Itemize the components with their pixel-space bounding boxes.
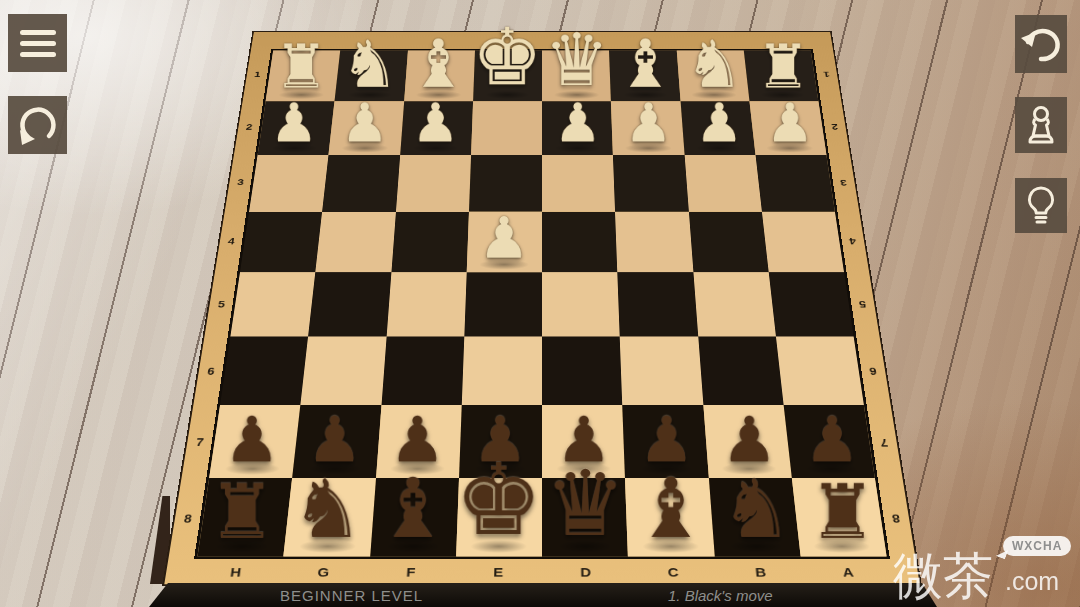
square-g8[interactable]: ♞ xyxy=(284,478,376,556)
square-b5[interactable] xyxy=(693,272,776,336)
square-d6[interactable] xyxy=(542,336,622,404)
piece-wP-f2[interactable]: ♟ xyxy=(412,97,460,151)
piece-wN-g1[interactable]: ♞ xyxy=(341,32,399,97)
piece-bP-h7[interactable]: ♟ xyxy=(223,409,279,472)
hint-button[interactable] xyxy=(1015,178,1067,233)
level-label: BEGINNER LEVEL xyxy=(280,587,423,604)
file-label-c: C xyxy=(629,561,718,583)
square-d4[interactable] xyxy=(542,212,618,272)
board-grid: ♜♞♝♚♛♝♞♜♟♟♟♟♟♟♟♟♟♟♟♟♟♟♟♟♜♞♝♚♛♝♞♜ xyxy=(194,49,890,559)
square-a6[interactable] xyxy=(776,336,864,404)
watermark-badge: WXCHA xyxy=(1003,536,1071,556)
undo-icon xyxy=(1019,22,1063,66)
square-c5[interactable] xyxy=(618,272,698,336)
file-label-a: A xyxy=(803,561,893,583)
piece-wP-a2[interactable]: ♟ xyxy=(766,97,814,151)
piece-wP-d2[interactable]: ♟ xyxy=(553,97,601,151)
menu-icon xyxy=(20,30,56,35)
piece-wP-c2[interactable]: ♟ xyxy=(624,97,672,151)
piece-theme-button[interactable] xyxy=(1015,97,1067,153)
square-f6[interactable] xyxy=(381,336,464,404)
file-label-h: H xyxy=(191,561,281,583)
square-f4[interactable] xyxy=(391,212,469,272)
piece-wP-g2[interactable]: ♟ xyxy=(341,97,389,151)
square-e8[interactable]: ♚ xyxy=(456,478,542,556)
square-e4[interactable]: ♟ xyxy=(466,212,542,272)
piece-wP-e4[interactable]: ♟ xyxy=(479,210,530,267)
chess-app: 12345678 12345678 ♜♞♝♚♛♝♞♜♟♟♟♟♟♟♟♟♟♟♟♟♟♟… xyxy=(0,0,1080,607)
piece-bB-f8[interactable]: ♝ xyxy=(376,467,450,550)
menu-button[interactable] xyxy=(8,14,67,72)
square-b2[interactable]: ♟ xyxy=(680,101,755,155)
file-labels-bottom: HGFEDCBA xyxy=(191,561,894,583)
square-b4[interactable] xyxy=(688,212,768,272)
square-a4[interactable] xyxy=(762,212,844,272)
piece-bN-g8[interactable]: ♞ xyxy=(291,469,363,550)
square-b3[interactable] xyxy=(684,155,761,212)
file-label-f: F xyxy=(366,561,455,583)
square-h5[interactable] xyxy=(230,272,315,336)
square-c6[interactable] xyxy=(620,336,703,404)
square-h6[interactable] xyxy=(220,336,308,404)
piece-wR-a1[interactable]: ♜ xyxy=(756,37,810,97)
undo-button[interactable] xyxy=(1015,15,1067,73)
square-c3[interactable] xyxy=(613,155,688,212)
piece-wP-b2[interactable]: ♟ xyxy=(695,97,743,151)
piece-wB-c1[interactable]: ♝ xyxy=(616,31,676,97)
square-d8[interactable]: ♛ xyxy=(542,478,628,556)
board-3d-anchor: 12345678 12345678 ♜♞♝♚♛♝♞♜♟♟♟♟♟♟♟♟♟♟♟♟♟♟… xyxy=(162,0,922,586)
turn-indicator: 1. Black's move xyxy=(668,587,773,604)
square-g2[interactable]: ♟ xyxy=(329,101,404,155)
square-e1[interactable]: ♚ xyxy=(473,51,542,102)
square-h4[interactable] xyxy=(240,212,322,272)
square-c2[interactable]: ♟ xyxy=(611,101,684,155)
piece-bR-h8[interactable]: ♜ xyxy=(208,475,275,550)
lightbulb-icon xyxy=(1020,184,1062,228)
square-d3[interactable] xyxy=(542,155,615,212)
square-f5[interactable] xyxy=(386,272,466,336)
square-b6[interactable] xyxy=(698,336,784,404)
piece-wQ-d1[interactable]: ♛ xyxy=(544,24,609,97)
square-c8[interactable]: ♝ xyxy=(625,478,714,556)
square-d5[interactable] xyxy=(542,272,620,336)
square-a2[interactable]: ♟ xyxy=(749,101,826,155)
square-a8[interactable]: ♜ xyxy=(792,478,887,556)
file-label-e: E xyxy=(454,561,542,583)
file-label-b: B xyxy=(716,561,806,583)
piece-wR-h1[interactable]: ♜ xyxy=(274,37,328,97)
square-e2[interactable] xyxy=(471,101,542,155)
square-a3[interactable] xyxy=(755,155,835,212)
square-f8[interactable]: ♝ xyxy=(370,478,459,556)
piece-bB-c8[interactable]: ♝ xyxy=(634,467,708,550)
watermark-suffix: .com xyxy=(1005,567,1059,596)
square-g5[interactable] xyxy=(308,272,391,336)
square-e3[interactable] xyxy=(469,155,542,212)
piece-bP-a7[interactable]: ♟ xyxy=(804,409,860,472)
square-a5[interactable] xyxy=(769,272,854,336)
watermark: 微茶 .com WXCHA xyxy=(893,534,1080,604)
square-f2[interactable]: ♟ xyxy=(400,101,473,155)
square-e5[interactable] xyxy=(464,272,542,336)
square-g3[interactable] xyxy=(322,155,399,212)
square-h8[interactable]: ♜ xyxy=(197,478,292,556)
piece-wN-b1[interactable]: ♞ xyxy=(685,32,743,97)
file-label-g: G xyxy=(278,561,368,583)
square-g4[interactable] xyxy=(315,212,395,272)
file-label-d: D xyxy=(542,561,630,583)
rotate-icon xyxy=(15,102,61,148)
pawn-icon xyxy=(1020,103,1062,147)
rotate-board-button[interactable] xyxy=(8,96,67,154)
piece-wB-f1[interactable]: ♝ xyxy=(409,31,469,97)
square-g6[interactable] xyxy=(301,336,387,404)
piece-bN-b8[interactable]: ♞ xyxy=(721,469,793,550)
board-front-edge-hud: BEGINNER LEVEL 1. Black's move xyxy=(140,583,940,607)
square-h2[interactable]: ♟ xyxy=(258,101,335,155)
square-c4[interactable] xyxy=(615,212,693,272)
piece-wP-h2[interactable]: ♟ xyxy=(270,97,318,151)
square-b8[interactable]: ♞ xyxy=(708,478,800,556)
chess-board: 12345678 12345678 ♜♞♝♚♛♝♞♜♟♟♟♟♟♟♟♟♟♟♟♟♟♟… xyxy=(162,31,922,586)
piece-bK-e8[interactable]: ♚ xyxy=(455,451,543,549)
square-d2[interactable]: ♟ xyxy=(542,101,613,155)
piece-bQ-d8[interactable]: ♛ xyxy=(544,459,625,550)
square-f3[interactable] xyxy=(396,155,471,212)
piece-wK-e1[interactable]: ♚ xyxy=(472,18,543,97)
square-h3[interactable] xyxy=(249,155,329,212)
piece-bR-a8[interactable]: ♜ xyxy=(809,475,876,550)
square-e6[interactable] xyxy=(462,336,542,404)
watermark-text: 微茶 xyxy=(893,549,993,604)
